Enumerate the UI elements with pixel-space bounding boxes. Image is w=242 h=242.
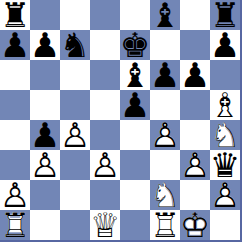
square-h1[interactable] [210,210,240,240]
square-c1[interactable] [60,210,90,240]
square-c3[interactable] [60,150,90,180]
square-f1[interactable]: ♜♖ [150,210,180,240]
square-e2[interactable] [120,180,150,210]
piece-outline: ♙ [30,148,60,182]
square-d3[interactable]: ♟♙ [90,150,120,180]
square-a7[interactable]: ♟ [0,30,30,60]
white-king[interactable]: ♚♔ [180,208,210,242]
square-a6[interactable] [0,60,30,90]
white-queen[interactable]: ♛♕ [90,208,120,242]
square-h2[interactable]: ♟♙ [210,180,240,210]
black-pawn[interactable]: ♟ [30,28,60,62]
chess-board: ♜♝♜♟♟♞♚♟♝♟♟♟♝♗♟♟♙♟♙♞♘♟♙♟♙♟♙♛♟♙♞♘♟♙♜♖♛♕♜♖… [0,0,242,242]
white-rook[interactable]: ♜♖ [150,208,180,242]
square-e4[interactable] [120,120,150,150]
square-b7[interactable]: ♟ [30,30,60,60]
square-c2[interactable] [60,180,90,210]
square-c6[interactable] [60,60,90,90]
piece-outline: ♙ [60,118,90,152]
white-pawn[interactable]: ♟♙ [180,148,210,182]
black-pawn[interactable]: ♟ [210,28,240,62]
square-d8[interactable] [90,0,120,30]
black-knight[interactable]: ♞ [60,28,90,62]
square-a5[interactable] [0,90,30,120]
piece-outline: ♕ [90,208,120,242]
piece-outline: ♖ [150,208,180,242]
square-b6[interactable] [30,60,60,90]
piece-outline: ♙ [210,178,240,212]
square-e1[interactable] [120,210,150,240]
square-g1[interactable]: ♚♔ [180,210,210,240]
square-g3[interactable]: ♟♙ [180,150,210,180]
piece-outline: ♖ [0,208,30,242]
square-f6[interactable]: ♟ [150,60,180,90]
square-d6[interactable] [90,60,120,90]
piece-outline: ♙ [150,118,180,152]
white-pawn[interactable]: ♟♙ [210,178,240,212]
square-c4[interactable]: ♟♙ [60,120,90,150]
white-pawn[interactable]: ♟♙ [30,148,60,182]
piece-outline: ♔ [180,208,210,242]
piece-outline: ♙ [180,148,210,182]
black-bishop[interactable]: ♝ [150,0,180,32]
white-pawn[interactable]: ♟♙ [60,118,90,152]
black-pawn[interactable]: ♟ [0,28,30,62]
chess-board-wrap: ♜♝♜♟♟♞♚♟♝♟♟♟♝♗♟♟♙♟♙♞♘♟♙♟♙♟♙♛♟♙♞♘♟♙♜♖♛♕♜♖… [0,0,242,242]
white-rook[interactable]: ♜♖ [0,208,30,242]
square-b1[interactable] [30,210,60,240]
piece-outline: ♙ [90,148,120,182]
square-f8[interactable]: ♝ [150,0,180,30]
square-a4[interactable] [0,120,30,150]
square-g5[interactable] [180,90,210,120]
black-pawn[interactable]: ♟ [120,88,150,122]
square-h7[interactable]: ♟ [210,30,240,60]
square-b2[interactable] [30,180,60,210]
square-d1[interactable]: ♛♕ [90,210,120,240]
square-d5[interactable] [90,90,120,120]
square-d7[interactable] [90,30,120,60]
white-pawn[interactable]: ♟♙ [150,118,180,152]
square-c7[interactable]: ♞ [60,30,90,60]
square-f4[interactable]: ♟♙ [150,120,180,150]
square-b3[interactable]: ♟♙ [30,150,60,180]
square-e3[interactable] [120,150,150,180]
white-pawn[interactable]: ♟♙ [90,148,120,182]
square-e5[interactable]: ♟ [120,90,150,120]
square-g6[interactable]: ♟ [180,60,210,90]
square-a1[interactable]: ♜♖ [0,210,30,240]
square-g8[interactable] [180,0,210,30]
black-pawn[interactable]: ♟ [180,58,210,92]
black-pawn[interactable]: ♟ [150,58,180,92]
